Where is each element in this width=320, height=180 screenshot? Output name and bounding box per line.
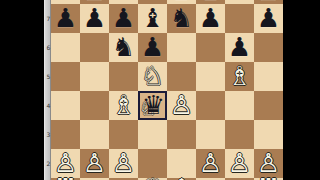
square-g7[interactable] [225,4,254,33]
square-g3[interactable] [225,120,254,149]
square-h6[interactable] [254,33,283,62]
square-f4[interactable] [196,91,225,120]
square-e7[interactable]: ♞ [167,4,196,33]
square-f3[interactable] [196,120,225,149]
square-f5[interactable] [196,62,225,91]
square-b6[interactable] [80,33,109,62]
black-knight-c6: ♞ [112,33,135,62]
chess-board[interactable]: ♜♚♝♜♟♟♟♝♞♟♟♞♟♟♘♗♗♘♛♙♙♙♙♙♙♙♖♕♔♖ [51,0,283,180]
square-g2[interactable]: ♙ [225,149,254,178]
white-pawn-c2: ♙ [112,149,135,178]
square-g4[interactable] [225,91,254,120]
square-e1[interactable]: ♔ [167,178,196,180]
square-f1[interactable] [196,178,225,180]
square-f2[interactable]: ♙ [196,149,225,178]
square-h1[interactable]: ♖ [254,178,283,180]
black-queen-d4: ♛ [142,91,165,120]
square-h4[interactable] [254,91,283,120]
square-b2[interactable]: ♙ [80,149,109,178]
square-a3[interactable] [51,120,80,149]
square-e6[interactable] [167,33,196,62]
square-a6[interactable] [51,33,80,62]
square-d6[interactable]: ♟ [138,33,167,62]
white-king-e1: ♔ [170,174,193,180]
square-b5[interactable] [80,62,109,91]
square-g1[interactable] [225,178,254,180]
square-a7[interactable]: ♟ [51,4,80,33]
square-g5[interactable]: ♗ [225,62,254,91]
square-a4[interactable] [51,91,80,120]
white-rook-h1: ♖ [257,174,280,180]
white-rook-a1: ♖ [54,174,77,180]
square-c5[interactable] [109,62,138,91]
black-pawn-g6: ♟ [228,33,251,62]
square-h5[interactable] [254,62,283,91]
square-h7[interactable]: ♟ [254,4,283,33]
square-c2[interactable]: ♙ [109,149,138,178]
white-pawn-f2: ♙ [199,149,222,178]
square-f6[interactable] [196,33,225,62]
square-d1[interactable]: ♕ [138,178,167,180]
square-b4[interactable] [80,91,109,120]
square-c1[interactable] [109,178,138,180]
square-d4-highlighted[interactable]: ♘♛ [138,91,167,120]
square-a5[interactable] [51,62,80,91]
white-pawn-b2: ♙ [83,149,106,178]
white-knight-d5: ♘ [141,62,164,91]
square-b7[interactable]: ♟ [80,4,109,33]
square-c6[interactable]: ♞ [109,33,138,62]
black-pawn-a7: ♟ [54,4,77,33]
square-d5[interactable]: ♘ [138,62,167,91]
square-f7[interactable]: ♟ [196,4,225,33]
white-bishop-c4: ♗ [112,91,135,120]
square-h3[interactable] [254,120,283,149]
square-g6[interactable]: ♟ [225,33,254,62]
white-pawn-g2: ♙ [228,149,251,178]
square-e3[interactable] [167,120,196,149]
white-queen-d1: ♕ [141,174,164,180]
chess-app-window: 87654321 ♜♚♝♜♟♟♟♝♞♟♟♞♟♟♘♗♗♘♛♙♙♙♙♙♙♙♖♕♔♖ [0,0,320,180]
square-b1[interactable] [80,178,109,180]
rank-coordinate-strip: 87654321 [44,0,51,180]
white-bishop-g5: ♗ [228,62,251,91]
black-pawn-h7: ♟ [257,4,280,33]
black-pawn-d6: ♟ [141,33,164,62]
square-e5[interactable] [167,62,196,91]
square-c4[interactable]: ♗ [109,91,138,120]
square-a1[interactable]: ♖ [51,178,80,180]
square-c7[interactable]: ♟ [109,4,138,33]
black-pawn-f7: ♟ [199,4,222,33]
black-bishop-d7: ♝ [141,4,164,33]
black-pawn-b7: ♟ [83,4,106,33]
black-pawn-c7: ♟ [112,4,135,33]
square-e4[interactable]: ♙ [167,91,196,120]
black-knight-e7: ♞ [170,4,193,33]
square-d3[interactable] [138,120,167,149]
square-d7[interactable]: ♝ [138,4,167,33]
white-pawn-e4: ♙ [170,91,193,120]
square-b3[interactable] [80,120,109,149]
square-c3[interactable] [109,120,138,149]
